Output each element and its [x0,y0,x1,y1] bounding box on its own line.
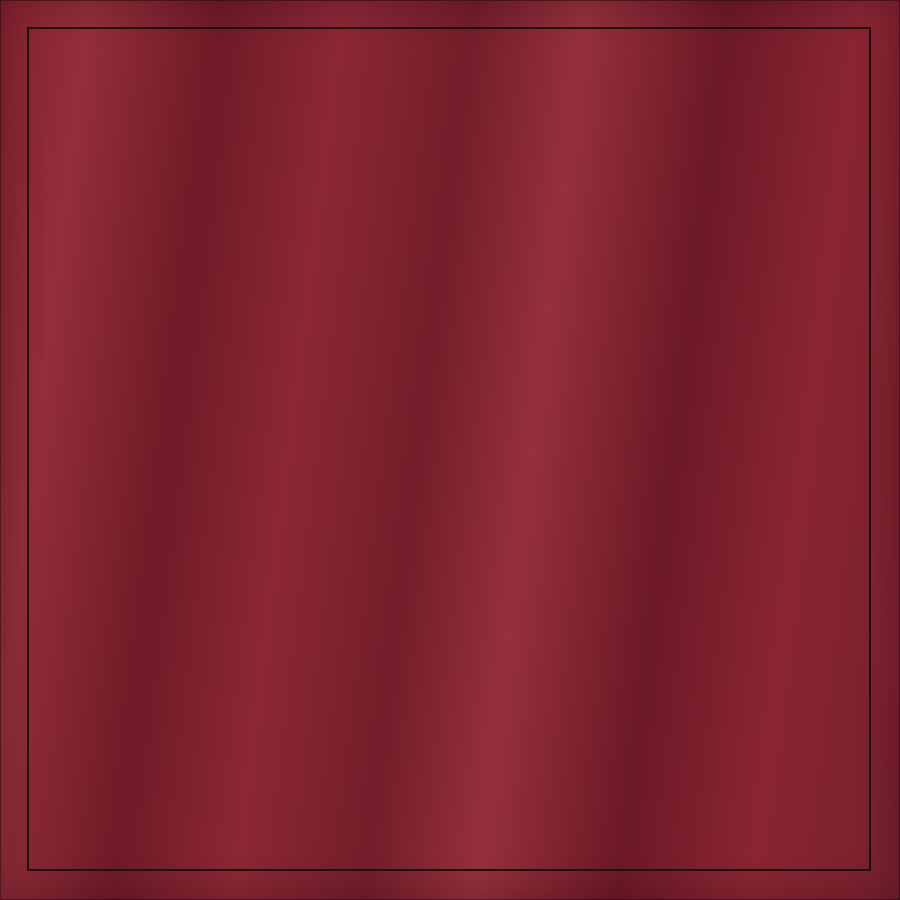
file-labels [27,871,871,900]
board-grid [27,27,871,871]
rank-labels [0,27,27,871]
board-frame [0,0,900,900]
